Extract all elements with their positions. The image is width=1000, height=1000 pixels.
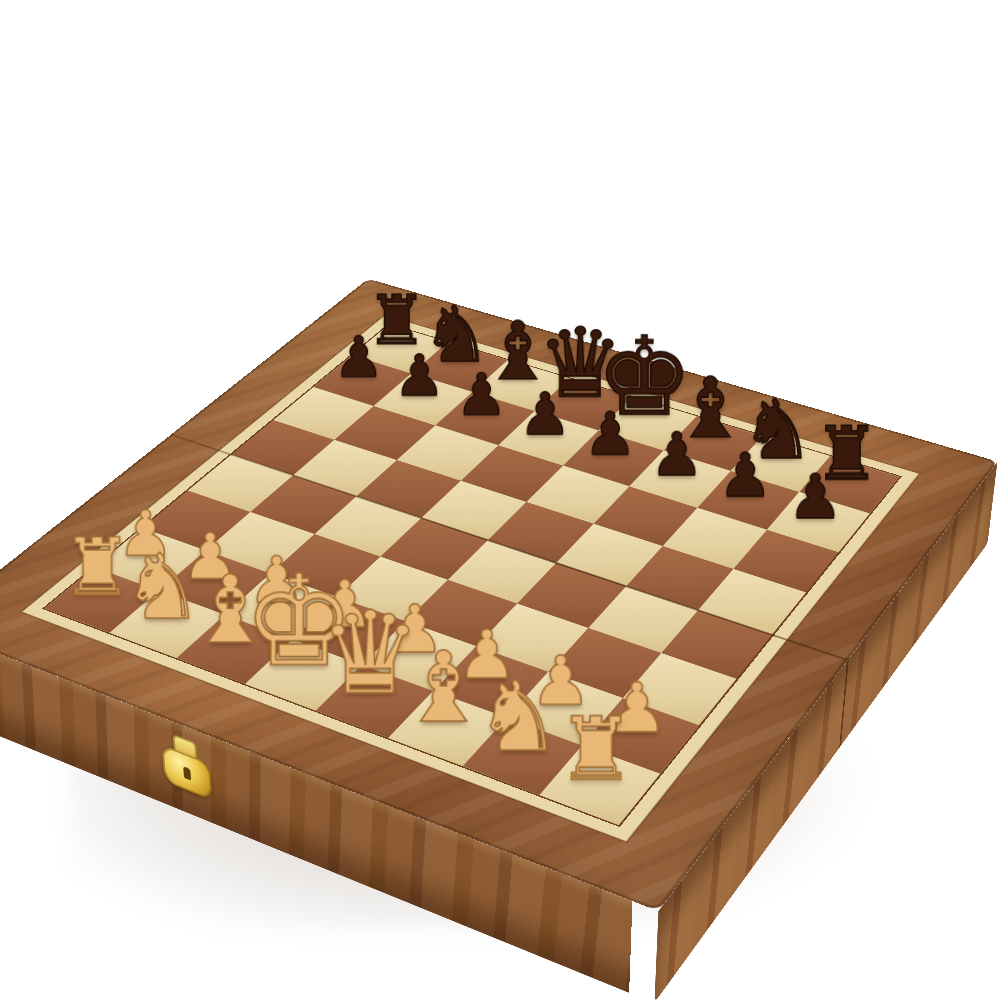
square-h1: ♜ — [540, 745, 660, 825]
page-background: { "game": "chess", "scene": { "descripti… — [0, 0, 1000, 1000]
piece-black-pawn: ♟ — [334, 329, 385, 385]
photo-stage: ♜♞♝♛♚♝♞♜♟♟♟♟♟♟♟♟♟♟♟♟♟♟♟♟♜♞♝♚♛♝♞♜ — [0, 0, 1000, 1000]
fold-seam-right — [839, 659, 848, 748]
piece-black-pawn: ♟ — [718, 445, 772, 506]
piece-black-pawn: ♟ — [788, 466, 843, 527]
piece-white-bishop: ♝ — [400, 639, 488, 737]
piece-black-pawn: ♟ — [394, 347, 445, 404]
piece-black-pawn: ♟ — [650, 425, 704, 485]
piece-white-rook: ♜ — [557, 706, 635, 793]
piece-white-knight: ♞ — [475, 668, 562, 765]
piece-black-pawn: ♟ — [456, 366, 508, 424]
scene: ♜♞♝♛♚♝♞♜♟♟♟♟♟♟♟♟♟♟♟♟♟♟♟♟♜♞♝♚♛♝♞♜ — [0, 0, 1000, 1000]
board-frame: ♜♞♝♛♚♝♞♜♟♟♟♟♟♟♟♟♟♟♟♟♟♟♟♟♜♞♝♚♛♝♞♜ — [0, 279, 998, 911]
board-3d: ♜♞♝♛♚♝♞♜♟♟♟♟♟♟♟♟♟♟♟♟♟♟♟♟♜♞♝♚♛♝♞♜ — [0, 279, 998, 911]
brass-clasp — [155, 727, 218, 806]
piece-black-pawn: ♟ — [584, 405, 637, 464]
piece-black-pawn: ♟ — [519, 385, 571, 444]
